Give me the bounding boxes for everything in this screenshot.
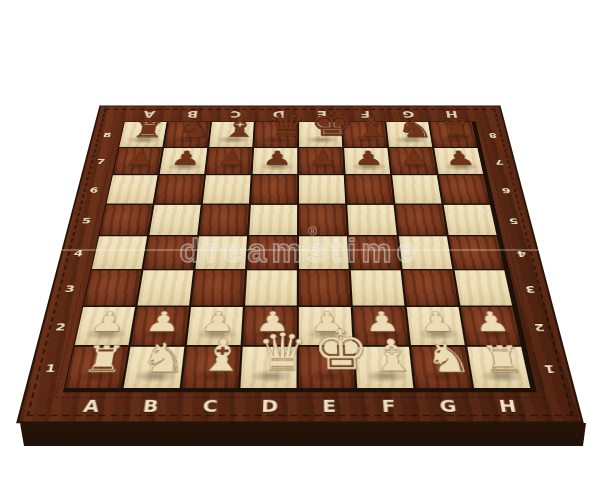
square-d2: [243, 307, 297, 345]
square-e4: [299, 236, 349, 269]
dark-pawn-glyph: ♟: [442, 149, 477, 168]
square-e5: [299, 205, 347, 235]
dark-queen-glyph: ♛: [265, 110, 290, 141]
chess-set-photo: ABCDEFGHABCDEFGH8765432187654321 ♜♞♝♛♚♝♞…: [0, 0, 600, 489]
square-b3: [137, 270, 193, 305]
file-label-bottom-F: F: [359, 391, 421, 424]
square-f2: [353, 307, 409, 345]
square-h3: [455, 270, 513, 305]
square-e2: [299, 307, 353, 345]
square-f4: [349, 236, 400, 269]
square-c1: [182, 347, 241, 388]
square-b1: [124, 347, 185, 388]
square-d3: [245, 270, 297, 305]
square-a4: [92, 236, 147, 269]
file-label-bottom-H: H: [476, 391, 542, 424]
square-d1: [240, 347, 296, 388]
square-h1: [467, 347, 530, 388]
dark-bishop-glyph: ♝: [352, 114, 380, 141]
square-b6: [155, 175, 204, 203]
dark-pawn-glyph: ♟: [169, 149, 203, 168]
square-b2: [131, 307, 189, 345]
square-b4: [144, 236, 197, 269]
piece-dark-knight-g8: ♞: [387, 123, 435, 149]
file-label-bottom-E: E: [300, 391, 360, 424]
dark-knight-glyph: ♞: [175, 116, 206, 141]
dark-knight-glyph: ♞: [395, 116, 426, 141]
piece-dark-pawn-c7: ♟: [207, 148, 255, 176]
square-h5: [444, 205, 497, 235]
rank-label-right-7: 7: [480, 148, 519, 176]
square-a2: [75, 307, 135, 345]
piece-dark-pawn-b7: ♟: [160, 148, 210, 176]
square-g5: [395, 205, 446, 235]
file-label-bottom-B: B: [119, 391, 183, 424]
square-c4: [195, 236, 247, 269]
dark-rook-glyph: ♜: [438, 119, 470, 141]
dark-pawn-glyph: ♟: [307, 149, 339, 168]
square-g3: [403, 270, 459, 305]
square-h2: [461, 307, 521, 345]
piece-dark-pawn-h7: ♟: [435, 148, 486, 176]
board-perspective-stage: ABCDEFGHABCDEFGH8765432187654321 ♜♞♝♛♚♝♞…: [65, 2, 535, 472]
rank-label-right-6: 6: [486, 176, 526, 205]
square-g4: [399, 236, 452, 269]
square-h4: [449, 236, 504, 269]
file-label-bottom-G: G: [417, 391, 481, 424]
square-e6: [299, 175, 345, 203]
square-d5: [249, 205, 297, 235]
piece-dark-pawn-d7: ♟: [253, 148, 300, 176]
piece-dark-queen-d8: ♛: [255, 123, 300, 149]
square-h6: [439, 175, 490, 203]
square-c3: [191, 270, 245, 305]
square-a3: [84, 270, 142, 305]
piece-dark-bishop-c8: ♝: [210, 123, 256, 149]
square-a5: [99, 205, 152, 235]
square-f5: [347, 205, 397, 235]
dark-bishop-glyph: ♝: [220, 114, 248, 141]
square-b5: [149, 205, 200, 235]
file-label-bottom-D: D: [240, 391, 300, 424]
square-a6: [107, 175, 158, 203]
square-e1: [299, 347, 355, 388]
square-c6: [203, 175, 251, 203]
square-c2: [187, 307, 243, 345]
rank-label-right-5: 5: [493, 205, 535, 237]
square-d6: [251, 175, 297, 203]
dark-pawn-glyph: ♟: [397, 149, 431, 168]
square-d4: [247, 236, 297, 269]
rank-label-left-6: 6: [73, 176, 113, 205]
dark-rook-glyph: ♜: [130, 119, 162, 141]
piece-dark-rook-a8: ♜: [120, 123, 169, 149]
square-g1: [411, 347, 472, 388]
piece-dark-rook-h8: ♜: [431, 123, 480, 149]
rank-label-left-5: 5: [65, 205, 107, 237]
square-g6: [392, 175, 441, 203]
square-f3: [351, 270, 405, 305]
square-g2: [407, 307, 465, 345]
file-label-bottom-C: C: [179, 391, 241, 424]
file-label-bottom-A: A: [58, 391, 124, 424]
square-f6: [346, 175, 394, 203]
square-f1: [355, 347, 413, 388]
piece-dark-pawn-e7: ♟: [300, 148, 347, 176]
piece-dark-king-e8: ♚: [300, 123, 345, 149]
dark-pawn-glyph: ♟: [123, 149, 158, 168]
dark-pawn-glyph: ♟: [352, 149, 385, 168]
square-e3: [299, 270, 351, 305]
dark-king-glyph: ♚: [310, 107, 335, 141]
piece-dark-knight-b8: ♞: [165, 123, 213, 149]
chess-board: ABCDEFGHABCDEFGH8765432187654321 ♜♞♝♛♚♝♞…: [16, 105, 584, 423]
dark-pawn-glyph: ♟: [215, 149, 248, 168]
square-a1: [65, 347, 128, 388]
piece-dark-pawn-a7: ♟: [114, 148, 165, 176]
square-c5: [199, 205, 249, 235]
piece-dark-pawn-g7: ♟: [390, 148, 440, 176]
rank-label-right-8: 8: [474, 123, 511, 149]
piece-dark-pawn-f7: ♟: [345, 148, 393, 176]
dark-pawn-glyph: ♟: [261, 149, 293, 168]
